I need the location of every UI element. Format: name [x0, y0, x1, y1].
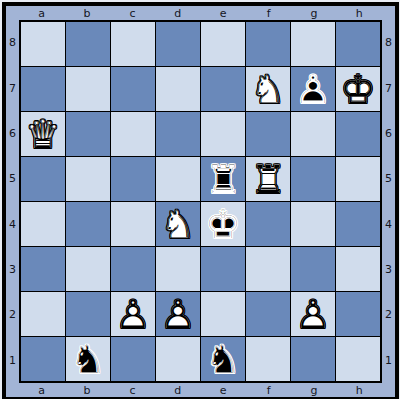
square-e8[interactable] [201, 22, 245, 66]
square-c6[interactable] [111, 112, 155, 156]
square-f6[interactable] [246, 112, 290, 156]
piece-black-knight[interactable]: ♞♘ [66, 337, 110, 381]
file-labels-bottom: abcdefgh [19, 383, 382, 397]
rank-label-6: 6 [385, 111, 392, 156]
square-f8[interactable] [246, 22, 290, 66]
square-g8[interactable] [291, 22, 335, 66]
square-a6[interactable]: ♛♕ [21, 112, 65, 156]
square-h8[interactable] [336, 22, 380, 66]
rank-label-5: 5 [9, 156, 16, 201]
square-d2[interactable]: ♟♙ [156, 292, 200, 336]
square-f3[interactable] [246, 247, 290, 291]
square-h3[interactable] [336, 247, 380, 291]
rank-label-7: 7 [385, 65, 392, 110]
coordinate-margin: abcdefgh 87654321 ♞♘♟♙♚♔♛♕♜♖♜♖♞♘♚♔♟♙♟♙♟♙… [6, 6, 395, 397]
piece-detail-glyph: ♔ [336, 67, 380, 111]
square-b1[interactable]: ♞♘ [66, 337, 110, 381]
square-d5[interactable] [156, 157, 200, 201]
corner-top-left [6, 6, 19, 20]
square-e4[interactable]: ♚♔ [201, 202, 245, 246]
square-h6[interactable] [336, 112, 380, 156]
square-f4[interactable] [246, 202, 290, 246]
square-g7[interactable]: ♟♙ [291, 67, 335, 111]
file-label-b: b [64, 8, 109, 19]
rank-label-7: 7 [9, 65, 16, 110]
rank-label-3: 3 [9, 247, 16, 292]
square-f1[interactable] [246, 337, 290, 381]
square-c8[interactable] [111, 22, 155, 66]
square-g5[interactable] [291, 157, 335, 201]
square-g2[interactable]: ♟♙ [291, 292, 335, 336]
rank-label-4: 4 [9, 202, 16, 247]
square-a7[interactable] [21, 67, 65, 111]
rank-label-3: 3 [385, 247, 392, 292]
square-g3[interactable] [291, 247, 335, 291]
file-label-f: f [246, 8, 291, 19]
square-f2[interactable] [246, 292, 290, 336]
piece-white-pawn[interactable]: ♟♙ [291, 292, 335, 336]
square-f5[interactable]: ♜♖ [246, 157, 290, 201]
rank-label-1: 1 [385, 338, 392, 383]
square-c5[interactable] [111, 157, 155, 201]
file-label-h: h [337, 8, 382, 19]
file-label-g: g [291, 385, 336, 396]
piece-detail-glyph: ♕ [21, 112, 65, 156]
piece-white-pawn[interactable]: ♟♙ [111, 292, 155, 336]
piece-black-knight[interactable]: ♞♘ [201, 337, 245, 381]
rank-label-5: 5 [385, 156, 392, 201]
square-c4[interactable] [111, 202, 155, 246]
corner-top-right [382, 6, 395, 20]
piece-detail-glyph: ♙ [291, 292, 335, 336]
file-label-a: a [19, 8, 64, 19]
diagram-frame: abcdefgh 87654321 ♞♘♟♙♚♔♛♕♜♖♜♖♞♘♚♔♟♙♟♙♟♙… [2, 2, 399, 399]
square-a1[interactable] [21, 337, 65, 381]
corner-bottom-left [6, 383, 19, 397]
piece-detail-glyph: ♘ [156, 202, 200, 246]
file-label-a: a [19, 385, 64, 396]
square-e1[interactable]: ♞♘ [201, 337, 245, 381]
rank-label-8: 8 [9, 20, 16, 65]
rank-label-1: 1 [9, 338, 16, 383]
square-g1[interactable] [291, 337, 335, 381]
square-c1[interactable] [111, 337, 155, 381]
piece-detail-glyph: ♖ [246, 157, 290, 201]
square-e3[interactable] [201, 247, 245, 291]
square-c7[interactable] [111, 67, 155, 111]
piece-white-king[interactable]: ♚♔ [336, 67, 380, 111]
file-label-c: c [110, 8, 155, 19]
square-a3[interactable] [21, 247, 65, 291]
square-g6[interactable] [291, 112, 335, 156]
square-h5[interactable] [336, 157, 380, 201]
piece-detail-glyph: ♙ [156, 292, 200, 336]
square-b2[interactable] [66, 292, 110, 336]
square-c2[interactable]: ♟♙ [111, 292, 155, 336]
piece-white-knight[interactable]: ♞♘ [156, 202, 200, 246]
file-label-g: g [291, 8, 336, 19]
file-label-e: e [201, 385, 246, 396]
square-g4[interactable] [291, 202, 335, 246]
square-a4[interactable] [21, 202, 65, 246]
square-a2[interactable] [21, 292, 65, 336]
piece-white-knight[interactable]: ♞♘ [246, 67, 290, 111]
square-b8[interactable] [66, 22, 110, 66]
file-label-b: b [64, 385, 109, 396]
rank-label-2: 2 [385, 292, 392, 337]
square-b6[interactable] [66, 112, 110, 156]
corner-bottom-right [382, 383, 395, 397]
file-labels-top: abcdefgh [19, 6, 382, 20]
file-label-d: d [155, 385, 200, 396]
rank-label-2: 2 [9, 292, 16, 337]
rank-label-4: 4 [385, 202, 392, 247]
square-d4[interactable]: ♞♘ [156, 202, 200, 246]
chess-diagram: abcdefgh 87654321 ♞♘♟♙♚♔♛♕♜♖♜♖♞♘♚♔♟♙♟♙♟♙… [0, 0, 400, 399]
rank-label-8: 8 [385, 20, 392, 65]
chessboard: ♞♘♟♙♚♔♛♕♜♖♜♖♞♘♚♔♟♙♟♙♟♙♞♘♞♘ [19, 20, 382, 383]
rank-labels-right: 87654321 [382, 20, 395, 383]
square-e2[interactable] [201, 292, 245, 336]
piece-detail-glyph: ♘ [66, 337, 110, 381]
square-b5[interactable] [66, 157, 110, 201]
piece-white-pawn[interactable]: ♟♙ [156, 292, 200, 336]
file-label-c: c [110, 385, 155, 396]
square-b7[interactable] [66, 67, 110, 111]
square-b3[interactable] [66, 247, 110, 291]
file-label-e: e [201, 8, 246, 19]
rank-label-6: 6 [9, 111, 16, 156]
piece-detail-glyph: ♙ [111, 292, 155, 336]
file-label-h: h [337, 385, 382, 396]
file-label-f: f [246, 385, 291, 396]
square-b4[interactable] [66, 202, 110, 246]
square-h4[interactable] [336, 202, 380, 246]
rank-labels-left: 87654321 [6, 20, 19, 383]
square-e6[interactable] [201, 112, 245, 156]
square-c3[interactable] [111, 247, 155, 291]
piece-white-queen[interactable]: ♛♕ [21, 112, 65, 156]
square-d8[interactable] [156, 22, 200, 66]
piece-detail-glyph: ♔ [201, 202, 245, 246]
piece-detail-glyph: ♖ [201, 157, 245, 201]
square-h2[interactable] [336, 292, 380, 336]
square-e5[interactable]: ♜♖ [201, 157, 245, 201]
square-a8[interactable] [21, 22, 65, 66]
piece-black-king[interactable]: ♚♔ [201, 202, 245, 246]
piece-black-pawn[interactable]: ♟♙ [291, 67, 335, 111]
piece-detail-glyph: ♘ [246, 67, 290, 111]
square-f7[interactable]: ♞♘ [246, 67, 290, 111]
square-d1[interactable] [156, 337, 200, 381]
piece-detail-glyph: ♘ [201, 337, 245, 381]
square-d7[interactable] [156, 67, 200, 111]
square-d6[interactable] [156, 112, 200, 156]
square-d3[interactable] [156, 247, 200, 291]
piece-white-rook[interactable]: ♜♖ [246, 157, 290, 201]
piece-black-rook[interactable]: ♜♖ [201, 157, 245, 201]
file-label-d: d [155, 8, 200, 19]
piece-detail-glyph: ♙ [291, 67, 335, 111]
square-e7[interactable] [201, 67, 245, 111]
square-h7[interactable]: ♚♔ [336, 67, 380, 111]
square-a5[interactable] [21, 157, 65, 201]
square-h1[interactable] [336, 337, 380, 381]
